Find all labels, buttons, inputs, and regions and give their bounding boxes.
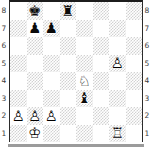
- square-g7[interactable]: [109, 20, 126, 38]
- square-a1[interactable]: [10, 125, 27, 143]
- square-e1[interactable]: [76, 125, 93, 143]
- square-d5[interactable]: [60, 55, 77, 73]
- square-f1[interactable]: [93, 125, 110, 143]
- white-pawn-a2: ♟♙: [12, 109, 25, 124]
- white-pawn-c2: ♟♙: [45, 109, 58, 124]
- square-e6[interactable]: [76, 37, 93, 55]
- rank-label-8: 8: [144, 2, 150, 20]
- square-h3[interactable]: [126, 90, 143, 108]
- rank-label-3: 3: [144, 90, 150, 108]
- square-a4[interactable]: [10, 72, 27, 90]
- square-g2[interactable]: [109, 107, 126, 125]
- square-e5[interactable]: [76, 55, 93, 73]
- rank-label-6: 6: [0, 37, 8, 55]
- square-f3[interactable]: [93, 90, 110, 108]
- square-b8[interactable]: ♚: [27, 2, 44, 20]
- white-rook-g1: ♜♖: [111, 126, 124, 141]
- rank-label-1: 1: [0, 125, 8, 143]
- square-f6[interactable]: [93, 37, 110, 55]
- square-b1[interactable]: ♚♔: [27, 125, 44, 143]
- rank-label-8: 8: [0, 2, 8, 20]
- square-h1[interactable]: [126, 125, 143, 143]
- rank-label-4: 4: [144, 72, 150, 90]
- board-bottom-edge: [8, 144, 144, 147]
- square-g5[interactable]: ♟♙: [109, 55, 126, 73]
- rank-label-7: 7: [144, 20, 150, 38]
- square-f7[interactable]: [93, 20, 110, 38]
- square-f2[interactable]: [93, 107, 110, 125]
- black-pawn-b7: ♟: [28, 21, 41, 36]
- square-h4[interactable]: [126, 72, 143, 90]
- square-a3[interactable]: [10, 90, 27, 108]
- rank-label-7: 7: [0, 20, 8, 38]
- square-h5[interactable]: [126, 55, 143, 73]
- square-b3[interactable]: [27, 90, 44, 108]
- square-b6[interactable]: [27, 37, 44, 55]
- square-f5[interactable]: [93, 55, 110, 73]
- square-g8[interactable]: [109, 2, 126, 20]
- chess-board: ♚♜♟♟♟♙♞♘♝♟♙♟♙♟♙♚♔♜♖: [9, 0, 143, 142]
- square-a2[interactable]: ♟♙: [10, 107, 27, 125]
- square-e8[interactable]: [76, 2, 93, 20]
- square-d2[interactable]: [60, 107, 77, 125]
- white-pawn-g5: ♟♙: [111, 56, 124, 71]
- square-c8[interactable]: [43, 2, 60, 20]
- square-c5[interactable]: [43, 55, 60, 73]
- square-a7[interactable]: [10, 20, 27, 38]
- square-b7[interactable]: ♟: [27, 20, 44, 38]
- square-c6[interactable]: [43, 37, 60, 55]
- black-bishop-e3: ♝: [78, 91, 91, 106]
- square-h2[interactable]: [126, 107, 143, 125]
- square-c3[interactable]: [43, 90, 60, 108]
- square-c4[interactable]: [43, 72, 60, 90]
- square-d7[interactable]: [60, 20, 77, 38]
- rank-label-5: 5: [0, 55, 8, 73]
- square-g3[interactable]: [109, 90, 126, 108]
- black-pawn-c7: ♟: [45, 21, 58, 36]
- black-king-b8: ♚: [28, 4, 41, 19]
- square-g1[interactable]: ♜♖: [109, 125, 126, 143]
- square-c1[interactable]: [43, 125, 60, 143]
- rank-label-1: 1: [144, 125, 150, 143]
- white-knight-e4: ♞♘: [78, 74, 91, 89]
- rank-labels-left: 87654321: [0, 2, 8, 142]
- square-e3[interactable]: ♝: [76, 90, 93, 108]
- square-h6[interactable]: [126, 37, 143, 55]
- square-g6[interactable]: [109, 37, 126, 55]
- square-d4[interactable]: [60, 72, 77, 90]
- square-a6[interactable]: [10, 37, 27, 55]
- rank-label-2: 2: [144, 107, 150, 125]
- square-e7[interactable]: [76, 20, 93, 38]
- square-f4[interactable]: [93, 72, 110, 90]
- square-h7[interactable]: [126, 20, 143, 38]
- square-g4[interactable]: [109, 72, 126, 90]
- square-d8[interactable]: ♜: [60, 2, 77, 20]
- square-a8[interactable]: [10, 2, 27, 20]
- white-pawn-b2: ♟♙: [28, 109, 41, 124]
- square-a5[interactable]: [10, 55, 27, 73]
- square-d1[interactable]: [60, 125, 77, 143]
- white-king-b1: ♚♔: [28, 126, 41, 141]
- square-h8[interactable]: [126, 2, 143, 20]
- rank-label-3: 3: [0, 90, 8, 108]
- black-rook-d8: ♜: [61, 4, 74, 19]
- square-b5[interactable]: [27, 55, 44, 73]
- square-c2[interactable]: ♟♙: [43, 107, 60, 125]
- square-e4[interactable]: ♞♘: [76, 72, 93, 90]
- rank-label-4: 4: [0, 72, 8, 90]
- rank-labels-right: 87654321: [144, 2, 150, 142]
- square-c7[interactable]: ♟: [43, 20, 60, 38]
- chess-diagram: 87654321 ♚♜♟♟♟♙♞♘♝♟♙♟♙♟♙♚♔♜♖ 87654321: [0, 0, 150, 150]
- rank-label-5: 5: [144, 55, 150, 73]
- square-d6[interactable]: [60, 37, 77, 55]
- square-b4[interactable]: [27, 72, 44, 90]
- rank-label-2: 2: [0, 107, 8, 125]
- square-b2[interactable]: ♟♙: [27, 107, 44, 125]
- square-d3[interactable]: [60, 90, 77, 108]
- square-e2[interactable]: [76, 107, 93, 125]
- rank-label-6: 6: [144, 37, 150, 55]
- square-f8[interactable]: [93, 2, 110, 20]
